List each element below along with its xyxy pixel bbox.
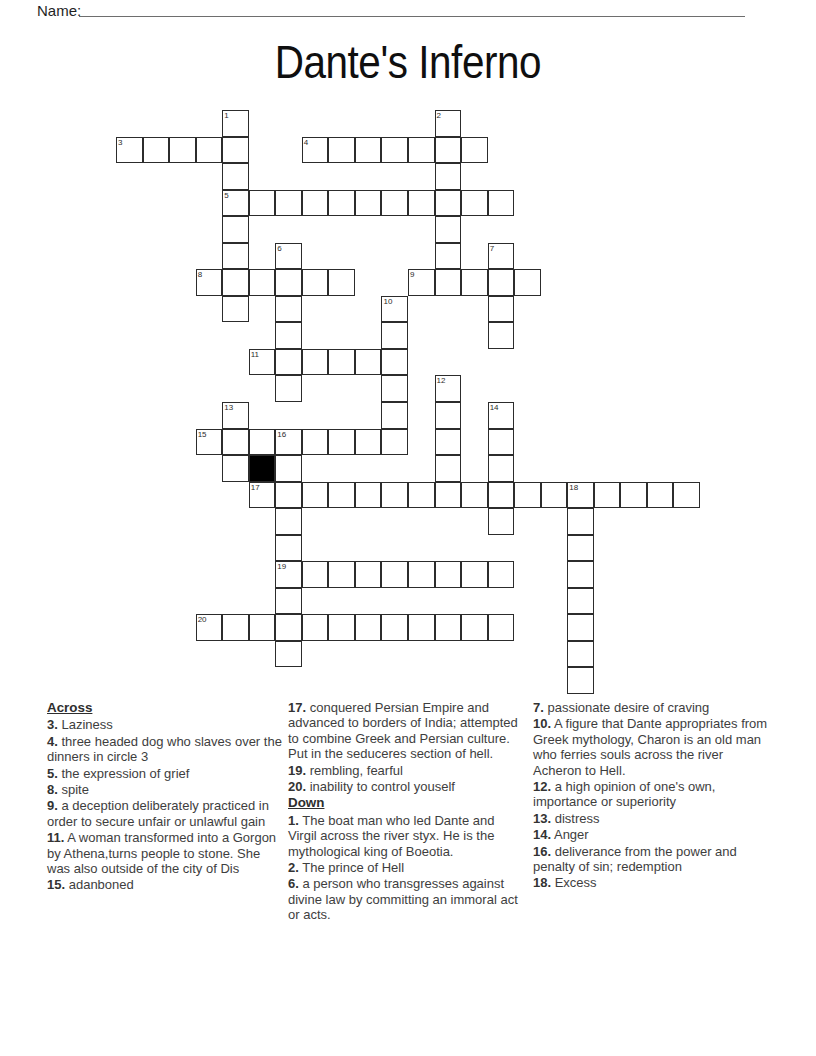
grid-cell[interactable]: [328, 614, 355, 641]
grid-cell[interactable]: [461, 561, 488, 588]
clue-across-19: 19. rembling, fearful: [288, 763, 521, 778]
clue-across-3: 3. Laziness: [47, 717, 285, 732]
clue-number: 4.: [47, 734, 58, 749]
grid-cell[interactable]: [275, 535, 302, 562]
grid-cell[interactable]: [381, 561, 408, 588]
grid-cell[interactable]: [328, 349, 355, 376]
clue-number: 18.: [533, 875, 551, 890]
grid-cell[interactable]: [196, 137, 223, 164]
clue-column-3: 7. passionate desire of craving10. A fig…: [533, 700, 773, 892]
grid-cell[interactable]: [381, 190, 408, 217]
grid-cell[interactable]: [514, 482, 541, 509]
grid-cell[interactable]: 13: [222, 402, 249, 429]
grid-cell[interactable]: 14: [488, 402, 515, 429]
grid-cell[interactable]: [355, 429, 382, 456]
grid-cell[interactable]: [222, 243, 249, 270]
across-heading: Across: [47, 700, 285, 715]
grid-cell[interactable]: [435, 163, 462, 190]
clue-number-badge: 20: [198, 615, 207, 624]
grid-cell[interactable]: [514, 269, 541, 296]
grid-cell[interactable]: [275, 482, 302, 509]
grid-cell[interactable]: [275, 349, 302, 376]
grid-cell[interactable]: [541, 482, 568, 509]
grid-cell[interactable]: [328, 190, 355, 217]
grid-cell[interactable]: [222, 137, 249, 164]
grid-cell[interactable]: 2: [435, 110, 462, 137]
clue-across-20: 20. inability to control youself: [288, 779, 521, 794]
grid-cell[interactable]: 19: [275, 561, 302, 588]
clue-down-6: 6. a person who transgresses against div…: [288, 876, 521, 922]
grid-cell[interactable]: [302, 349, 329, 376]
grid-cell[interactable]: [381, 429, 408, 456]
grid-cell[interactable]: [275, 190, 302, 217]
clue-number: 7.: [533, 700, 544, 715]
grid-cell[interactable]: [249, 269, 276, 296]
grid-cell[interactable]: [488, 296, 515, 323]
down-heading: Down: [288, 795, 521, 810]
grid-cell[interactable]: 7: [488, 243, 515, 270]
worksheet-page: { "game": "crossword", "header": { "name…: [0, 0, 816, 1056]
grid-cell[interactable]: [647, 482, 674, 509]
grid-cell[interactable]: [435, 455, 462, 482]
clue-number: 16.: [533, 844, 551, 859]
grid-cell[interactable]: [275, 614, 302, 641]
crossword-grid: 1234567891011121314151617181920: [116, 110, 700, 694]
grid-cell[interactable]: [355, 137, 382, 164]
clue-number: 3.: [47, 717, 58, 732]
black-cell: [249, 455, 276, 482]
grid-cell[interactable]: [328, 429, 355, 456]
clue-across-9: 9. a deception deliberately practiced in…: [47, 798, 285, 829]
grid-cell[interactable]: [328, 561, 355, 588]
grid-cell[interactable]: [435, 614, 462, 641]
grid-cell[interactable]: [249, 429, 276, 456]
grid-cell[interactable]: 1: [222, 110, 249, 137]
grid-cell[interactable]: [381, 349, 408, 376]
grid-cell[interactable]: [488, 269, 515, 296]
clue-number-badge: 14: [490, 403, 499, 412]
clue-number-badge: 6: [277, 244, 281, 253]
clue-number: 10.: [533, 716, 551, 731]
grid-cell[interactable]: [222, 296, 249, 323]
grid-cell[interactable]: [488, 322, 515, 349]
clue-number: 9.: [47, 798, 58, 813]
grid-cell[interactable]: [435, 243, 462, 270]
clue-number-badge: 10: [383, 297, 392, 306]
clue-across-8: 8. spite: [47, 782, 285, 797]
clue-number: 17.: [288, 700, 306, 715]
clue-number-badge: 13: [224, 403, 233, 412]
clue-number: 12.: [533, 779, 551, 794]
grid-cell[interactable]: [381, 322, 408, 349]
grid-cell[interactable]: 4: [302, 137, 329, 164]
grid-cell[interactable]: [435, 190, 462, 217]
grid-cell[interactable]: [222, 614, 249, 641]
grid-cell[interactable]: [408, 482, 435, 509]
grid-cell[interactable]: 5: [222, 190, 249, 217]
grid-cell[interactable]: [408, 614, 435, 641]
grid-cell[interactable]: [275, 588, 302, 615]
grid-cell[interactable]: [222, 455, 249, 482]
clue-number: 14.: [533, 827, 551, 842]
grid-cell[interactable]: [381, 137, 408, 164]
clue-number-badge: 18: [569, 483, 578, 492]
grid-cell[interactable]: [222, 216, 249, 243]
clue-number: 1.: [288, 813, 299, 828]
grid-cell[interactable]: [435, 269, 462, 296]
grid-cell[interactable]: [381, 482, 408, 509]
grid-cell[interactable]: [435, 429, 462, 456]
grid-cell[interactable]: [381, 402, 408, 429]
clue-number: 19.: [288, 763, 306, 778]
clue-column-2: 17. conquered Persian Empire and advance…: [288, 700, 521, 924]
clue-number: 2.: [288, 860, 299, 875]
grid-cell[interactable]: [275, 508, 302, 535]
grid-cell[interactable]: [567, 641, 594, 668]
grid-cell[interactable]: [249, 614, 276, 641]
clue-number-badge: 11: [251, 350, 259, 359]
grid-cell[interactable]: [488, 482, 515, 509]
clue-down-1: 1. The boat man who led Dante and Virgil…: [288, 813, 521, 859]
clue-number-badge: 5: [224, 191, 228, 200]
grid-cell[interactable]: [169, 137, 196, 164]
clue-number: 20.: [288, 779, 306, 794]
grid-cell[interactable]: [488, 561, 515, 588]
grid-cell[interactable]: [408, 561, 435, 588]
grid-cell[interactable]: [302, 269, 329, 296]
grid-cell[interactable]: 9: [408, 269, 435, 296]
grid-cell[interactable]: [461, 137, 488, 164]
grid-cell[interactable]: [567, 561, 594, 588]
grid-cell[interactable]: [328, 137, 355, 164]
clue-number-badge: 7: [490, 244, 494, 253]
page-title-text: Dante's Inferno: [275, 34, 541, 89]
grid-cell[interactable]: [222, 429, 249, 456]
grid-cell[interactable]: [435, 402, 462, 429]
grid-cell[interactable]: [567, 614, 594, 641]
grid-cell[interactable]: [302, 190, 329, 217]
grid-cell[interactable]: [381, 375, 408, 402]
grid-cell[interactable]: [355, 561, 382, 588]
grid-cell[interactable]: 3: [116, 137, 143, 164]
grid-cell[interactable]: [222, 269, 249, 296]
grid-cell[interactable]: 18: [567, 482, 594, 509]
grid-cell[interactable]: [488, 429, 515, 456]
clue-number: 13.: [533, 811, 551, 826]
grid-cell[interactable]: [488, 190, 515, 217]
grid-cell[interactable]: [275, 455, 302, 482]
clue-number-badge: 2: [437, 111, 441, 120]
grid-cell[interactable]: [302, 561, 329, 588]
grid-cell[interactable]: [435, 482, 462, 509]
grid-cell[interactable]: [408, 137, 435, 164]
grid-cell[interactable]: [328, 269, 355, 296]
clue-number: 6.: [288, 876, 299, 891]
clue-down-2: 2. The prince of Hell: [288, 860, 521, 875]
grid-cell[interactable]: [275, 375, 302, 402]
grid-cell[interactable]: [461, 482, 488, 509]
name-entry-line[interactable]: [79, 0, 745, 17]
clue-down-7: 7. passionate desire of craving: [533, 700, 773, 715]
grid-cell[interactable]: [302, 482, 329, 509]
grid-cell[interactable]: 15: [196, 429, 223, 456]
grid-cell[interactable]: [461, 614, 488, 641]
grid-cell[interactable]: [275, 269, 302, 296]
clue-number-badge: 17: [251, 483, 260, 492]
grid-cell[interactable]: 6: [275, 243, 302, 270]
grid-cell[interactable]: [488, 614, 515, 641]
clue-number-badge: 4: [304, 138, 308, 147]
grid-cell[interactable]: [488, 455, 515, 482]
grid-cell[interactable]: [567, 588, 594, 615]
grid-cell[interactable]: [567, 667, 594, 694]
grid-cell[interactable]: [275, 322, 302, 349]
grid-cell[interactable]: 10: [381, 296, 408, 323]
grid-cell[interactable]: 20: [196, 614, 223, 641]
clue-number-badge: 3: [118, 138, 122, 147]
grid-cell[interactable]: [328, 482, 355, 509]
clue-down-12: 12. a high opinion of one's own, importa…: [533, 779, 773, 810]
grid-cell[interactable]: [461, 269, 488, 296]
clue-number-badge: 8: [198, 270, 202, 279]
grid-cell[interactable]: 17: [249, 482, 276, 509]
clue-number-badge: 19: [277, 562, 286, 571]
clue-down-16: 16. deliverance from the power and penal…: [533, 844, 773, 875]
grid-cell[interactable]: [435, 561, 462, 588]
clue-number: 8.: [47, 782, 58, 797]
clue-number-badge: 12: [437, 376, 446, 385]
clue-number: 5.: [47, 766, 58, 781]
grid-cell[interactable]: [435, 216, 462, 243]
grid-cell[interactable]: [461, 190, 488, 217]
grid-cell[interactable]: 12: [435, 375, 462, 402]
clue-down-13: 13. distress: [533, 811, 773, 826]
clue-down-14: 14. Anger: [533, 827, 773, 842]
grid-cell[interactable]: [673, 482, 700, 509]
clue-across-5: 5. the expression of grief: [47, 766, 285, 781]
grid-cell[interactable]: [249, 190, 276, 217]
grid-cell[interactable]: [381, 614, 408, 641]
clue-column-1: Across3. Laziness4. three headed dog who…: [47, 700, 285, 894]
name-label: Name:: [37, 2, 81, 19]
grid-cell[interactable]: 8: [196, 269, 223, 296]
grid-cell[interactable]: [408, 190, 435, 217]
clue-number-badge: 16: [277, 430, 286, 439]
clue-down-10: 10. A figure that Dante appropriates fro…: [533, 716, 773, 778]
grid-cell[interactable]: [435, 137, 462, 164]
clue-number-badge: 15: [198, 430, 207, 439]
grid-cell[interactable]: [620, 482, 647, 509]
grid-cell[interactable]: [567, 508, 594, 535]
grid-cell[interactable]: [355, 349, 382, 376]
clue-across-15: 15. adanboned: [47, 877, 285, 892]
grid-cell[interactable]: 11: [249, 349, 276, 376]
grid-cell[interactable]: [302, 614, 329, 641]
grid-cell[interactable]: [355, 482, 382, 509]
grid-cell[interactable]: [488, 508, 515, 535]
clue-down-18: 18. Excess: [533, 875, 773, 890]
clue-across-17: 17. conquered Persian Empire and advance…: [288, 700, 521, 762]
grid-cell[interactable]: [143, 137, 170, 164]
grid-cell[interactable]: [275, 296, 302, 323]
page-title: Dante's Inferno: [0, 34, 816, 89]
grid-cell[interactable]: [567, 535, 594, 562]
grid-cell[interactable]: 16: [275, 429, 302, 456]
grid-cell[interactable]: [222, 163, 249, 190]
grid-cell[interactable]: [302, 429, 329, 456]
clue-number: 11.: [47, 830, 64, 845]
clue-across-4: 4. three headed dog who slaves over the …: [47, 734, 285, 765]
clue-across-11: 11. A woman transformed into a Gorgon by…: [47, 830, 285, 876]
clue-number: 15.: [47, 877, 65, 892]
grid-cell[interactable]: [275, 641, 302, 668]
grid-cell[interactable]: [355, 614, 382, 641]
clue-number-badge: 1: [224, 111, 228, 120]
grid-cell[interactable]: [594, 482, 621, 509]
clue-number-badge: 9: [410, 270, 414, 279]
grid-cell[interactable]: [355, 190, 382, 217]
